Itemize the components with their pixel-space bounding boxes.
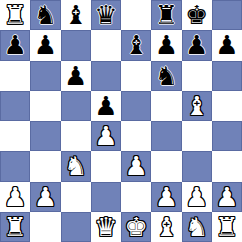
square-a5[interactable] xyxy=(0,91,30,121)
square-g7[interactable]: ♟ xyxy=(182,30,212,60)
square-b3[interactable] xyxy=(30,151,60,181)
piece-white-knight[interactable]: ♞ xyxy=(64,153,87,179)
square-c4[interactable] xyxy=(61,121,91,151)
square-d7[interactable] xyxy=(91,30,121,60)
square-b8[interactable]: ♞ xyxy=(30,0,60,30)
square-h6[interactable] xyxy=(212,61,242,91)
piece-black-queen[interactable]: ♛ xyxy=(94,2,117,28)
square-e6[interactable] xyxy=(121,61,151,91)
square-c1[interactable] xyxy=(61,212,91,242)
piece-white-pawn[interactable]: ♟ xyxy=(185,184,208,210)
square-h7[interactable]: ♟ xyxy=(212,30,242,60)
piece-white-rook[interactable]: ♜ xyxy=(3,2,26,28)
square-b1[interactable] xyxy=(30,212,60,242)
square-h8[interactable] xyxy=(212,0,242,30)
square-e1[interactable]: ♚ xyxy=(121,212,151,242)
square-f3[interactable] xyxy=(151,151,181,181)
square-e4[interactable] xyxy=(121,121,151,151)
square-c3[interactable]: ♞ xyxy=(61,151,91,181)
piece-white-king[interactable]: ♚ xyxy=(124,214,147,240)
square-e7[interactable]: ♝ xyxy=(121,30,151,60)
square-a6[interactable] xyxy=(0,61,30,91)
square-c6[interactable]: ♟ xyxy=(61,61,91,91)
piece-black-bishop[interactable]: ♝ xyxy=(64,2,87,28)
piece-black-pawn[interactable]: ♟ xyxy=(3,32,26,58)
square-a3[interactable] xyxy=(0,151,30,181)
square-d5[interactable]: ♟ xyxy=(91,91,121,121)
square-a1[interactable]: ♜ xyxy=(0,212,30,242)
square-a4[interactable] xyxy=(0,121,30,151)
chess-board: ♜♞♝♛♜♚♟♟♝♟♟♟♟♞♟♝♟♞♟♟♟♟♟♟♜♛♚♝♞♜ xyxy=(0,0,242,242)
square-a2[interactable]: ♟ xyxy=(0,182,30,212)
square-h3[interactable] xyxy=(212,151,242,181)
piece-black-pawn[interactable]: ♟ xyxy=(155,32,178,58)
square-c5[interactable] xyxy=(61,91,91,121)
square-f6[interactable]: ♞ xyxy=(151,61,181,91)
piece-white-pawn[interactable]: ♟ xyxy=(155,184,178,210)
square-b6[interactable] xyxy=(30,61,60,91)
square-g2[interactable]: ♟ xyxy=(182,182,212,212)
square-c7[interactable] xyxy=(61,30,91,60)
square-b5[interactable] xyxy=(30,91,60,121)
piece-black-pawn[interactable]: ♟ xyxy=(185,32,208,58)
square-h2[interactable]: ♟ xyxy=(212,182,242,212)
square-g1[interactable]: ♞ xyxy=(182,212,212,242)
piece-white-queen[interactable]: ♛ xyxy=(94,214,117,240)
piece-black-pawn[interactable]: ♟ xyxy=(64,63,87,89)
piece-black-bishop[interactable]: ♝ xyxy=(124,32,147,58)
piece-white-bishop[interactable]: ♝ xyxy=(155,214,178,240)
square-e3[interactable]: ♟ xyxy=(121,151,151,181)
square-e5[interactable] xyxy=(121,91,151,121)
square-f8[interactable]: ♜ xyxy=(151,0,181,30)
square-c8[interactable]: ♝ xyxy=(61,0,91,30)
square-f7[interactable]: ♟ xyxy=(151,30,181,60)
square-b7[interactable]: ♟ xyxy=(30,30,60,60)
piece-black-pawn[interactable]: ♟ xyxy=(94,93,117,119)
piece-white-rook[interactable]: ♜ xyxy=(215,214,238,240)
square-d1[interactable]: ♛ xyxy=(91,212,121,242)
square-e8[interactable] xyxy=(121,0,151,30)
piece-white-pawn[interactable]: ♟ xyxy=(3,184,26,210)
square-a8[interactable]: ♜ xyxy=(0,0,30,30)
square-a7[interactable]: ♟ xyxy=(0,30,30,60)
square-d8[interactable]: ♛ xyxy=(91,0,121,30)
square-f1[interactable]: ♝ xyxy=(151,212,181,242)
square-d3[interactable] xyxy=(91,151,121,181)
square-h1[interactable]: ♜ xyxy=(212,212,242,242)
square-g6[interactable] xyxy=(182,61,212,91)
piece-black-knight[interactable]: ♞ xyxy=(155,63,178,89)
square-h5[interactable] xyxy=(212,91,242,121)
piece-white-pawn[interactable]: ♟ xyxy=(215,184,238,210)
square-f4[interactable] xyxy=(151,121,181,151)
piece-white-bishop[interactable]: ♝ xyxy=(185,93,208,119)
square-f2[interactable]: ♟ xyxy=(151,182,181,212)
piece-black-rook[interactable]: ♜ xyxy=(155,2,178,28)
piece-white-rook[interactable]: ♜ xyxy=(3,214,26,240)
square-c2[interactable] xyxy=(61,182,91,212)
square-b4[interactable] xyxy=(30,121,60,151)
square-d6[interactable] xyxy=(91,61,121,91)
square-g8[interactable]: ♚ xyxy=(182,0,212,30)
square-f5[interactable] xyxy=(151,91,181,121)
square-e2[interactable] xyxy=(121,182,151,212)
piece-white-pawn[interactable]: ♟ xyxy=(34,184,57,210)
piece-white-knight[interactable]: ♞ xyxy=(185,214,208,240)
piece-white-pawn[interactable]: ♟ xyxy=(124,153,147,179)
piece-black-pawn[interactable]: ♟ xyxy=(215,32,238,58)
square-d4[interactable]: ♟ xyxy=(91,121,121,151)
square-g5[interactable]: ♝ xyxy=(182,91,212,121)
piece-white-pawn[interactable]: ♟ xyxy=(94,123,117,149)
square-g3[interactable] xyxy=(182,151,212,181)
piece-black-knight[interactable]: ♞ xyxy=(34,2,57,28)
square-h4[interactable] xyxy=(212,121,242,151)
piece-black-king[interactable]: ♚ xyxy=(185,2,208,28)
square-d2[interactable] xyxy=(91,182,121,212)
square-g4[interactable] xyxy=(182,121,212,151)
square-b2[interactable]: ♟ xyxy=(30,182,60,212)
piece-black-pawn[interactable]: ♟ xyxy=(34,32,57,58)
